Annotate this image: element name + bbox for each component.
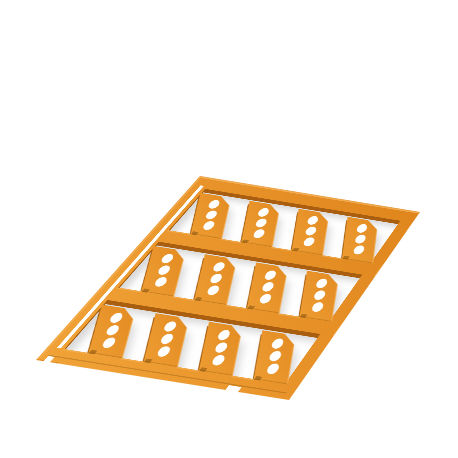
product-photo (0, 0, 458, 458)
marker-card-perspective-wrapper (36, 176, 420, 400)
marker-card-svg (36, 176, 420, 400)
hook-foot (218, 394, 244, 400)
mounting-prong-right (45, 371, 60, 381)
edge-clip (335, 331, 351, 346)
mounting-prong-left (36, 369, 46, 379)
mounting-prong-right (41, 366, 56, 376)
edge-clip (377, 272, 391, 286)
mounting-prong-left (36, 359, 45, 369)
mounting-prong-left (36, 363, 42, 373)
edge-clip (410, 231, 419, 238)
mounting-prong-right (43, 361, 58, 371)
